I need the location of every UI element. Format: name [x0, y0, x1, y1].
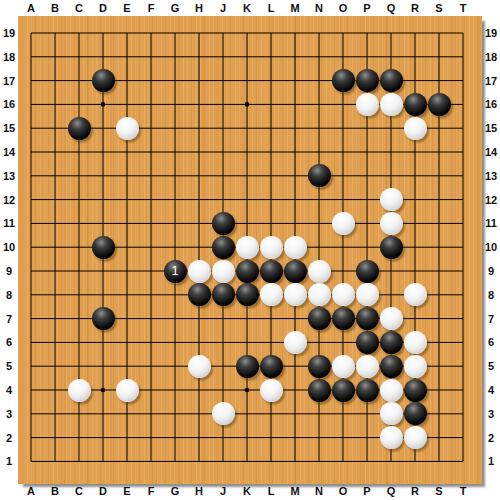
coord-right-8: 8 [488, 289, 494, 300]
coord-top-S: S [435, 3, 442, 14]
coord-bottom-D: D [99, 486, 107, 497]
coord-top-K: K [243, 3, 251, 14]
coord-top-P: P [363, 3, 370, 14]
stone-black-O17 [332, 69, 355, 92]
coord-right-10: 10 [485, 242, 497, 253]
stone-white-Q2 [380, 426, 403, 449]
coord-left-7: 7 [6, 313, 12, 324]
coord-right-16: 16 [485, 99, 497, 110]
coord-top-O: O [339, 3, 348, 14]
stone-black-J8 [212, 283, 235, 306]
coord-top-Q: Q [387, 3, 396, 14]
stone-black-Q17 [380, 69, 403, 92]
coord-top-C: C [75, 3, 83, 14]
coord-bottom-P: P [363, 486, 370, 497]
stone-white-O8 [332, 283, 355, 306]
stone-black-R16 [404, 93, 427, 116]
coord-right-11: 11 [485, 218, 497, 229]
stone-black-H8 [188, 283, 211, 306]
stone-black-N7 [308, 307, 331, 330]
stone-black-C15 [68, 117, 91, 140]
stone-black-M9 [284, 260, 307, 283]
stone-black-D7 [92, 307, 115, 330]
coord-top-L: L [268, 3, 275, 14]
stone-white-H5 [188, 355, 211, 378]
coord-bottom-A: A [27, 486, 35, 497]
coord-left-2: 2 [6, 432, 12, 443]
stone-white-R2 [404, 426, 427, 449]
coord-left-18: 18 [3, 51, 15, 62]
coord-top-F: F [148, 3, 155, 14]
stone-white-L8 [260, 283, 283, 306]
stone-white-C4 [68, 379, 91, 402]
stone-black-K9 [236, 260, 259, 283]
coord-top-R: R [411, 3, 419, 14]
stone-white-Q7 [380, 307, 403, 330]
coord-left-16: 16 [3, 99, 15, 110]
coord-bottom-M: M [290, 486, 299, 497]
coord-top-A: A [27, 3, 35, 14]
stone-black-N5 [308, 355, 331, 378]
coord-top-E: E [123, 3, 130, 14]
stone-white-K10 [236, 236, 259, 259]
stone-black-P4 [356, 379, 379, 402]
stone-white-J3 [212, 402, 235, 425]
stone-white-J9 [212, 260, 235, 283]
stone-black-S16 [428, 93, 451, 116]
coord-right-13: 13 [485, 170, 497, 181]
stone-black-P6 [356, 331, 379, 354]
stone-white-N8 [308, 283, 331, 306]
coord-bottom-J: J [220, 486, 226, 497]
stone-white-O11 [332, 212, 355, 235]
coord-right-4: 4 [488, 385, 494, 396]
stone-black-P9 [356, 260, 379, 283]
stone-white-E4 [116, 379, 139, 402]
coord-bottom-C: C [75, 486, 83, 497]
stone-black-Q5 [380, 355, 403, 378]
coord-right-15: 15 [485, 123, 497, 134]
coord-right-9: 9 [488, 266, 494, 277]
stone-black-L5 [260, 355, 283, 378]
coord-left-17: 17 [3, 75, 15, 86]
stone-white-Q11 [380, 212, 403, 235]
coord-left-11: 11 [3, 218, 15, 229]
stone-white-H9 [188, 260, 211, 283]
coord-bottom-Q: Q [387, 486, 396, 497]
stone-white-Q12 [380, 188, 403, 211]
stone-white-O5 [332, 355, 355, 378]
stone-white-R6 [404, 331, 427, 354]
stone-black-P7 [356, 307, 379, 330]
stone-black-Q10 [380, 236, 403, 259]
stone-black-D17 [92, 69, 115, 92]
coord-bottom-G: G [171, 486, 180, 497]
stone-white-Q16 [380, 93, 403, 116]
stone-white-M6 [284, 331, 307, 354]
coord-top-G: G [171, 3, 180, 14]
stone-black-L9 [260, 260, 283, 283]
coord-top-B: B [51, 3, 59, 14]
coord-top-D: D [99, 3, 107, 14]
coord-bottom-L: L [268, 486, 275, 497]
stone-white-P16 [356, 93, 379, 116]
stone-white-Q3 [380, 402, 403, 425]
stone-white-R15 [404, 117, 427, 140]
stone-white-E15 [116, 117, 139, 140]
coord-left-6: 6 [6, 337, 12, 348]
stone-black-G9: 1 [164, 260, 187, 283]
coord-left-19: 19 [3, 28, 15, 39]
coord-bottom-O: O [339, 486, 348, 497]
coord-left-1: 1 [6, 456, 12, 467]
coord-left-14: 14 [3, 147, 15, 158]
coord-top-N: N [315, 3, 323, 14]
coord-left-4: 4 [6, 385, 12, 396]
coord-left-3: 3 [6, 408, 12, 419]
stone-white-Q4 [380, 379, 403, 402]
stone-black-N4 [308, 379, 331, 402]
stone-white-L4 [260, 379, 283, 402]
coord-right-12: 12 [485, 194, 497, 205]
coord-top-T: T [460, 3, 467, 14]
coord-left-10: 10 [3, 242, 15, 253]
coord-left-8: 8 [6, 289, 12, 300]
coord-right-17: 17 [485, 75, 497, 86]
coord-left-9: 9 [6, 266, 12, 277]
coord-right-18: 18 [485, 51, 497, 62]
coord-right-2: 2 [488, 432, 494, 443]
stone-black-Q6 [380, 331, 403, 354]
stone-black-R4 [404, 379, 427, 402]
coord-bottom-H: H [195, 486, 203, 497]
go-diagram: AABBCCDDEEFFGGHHJJKKLLMMNNOOPPQQRRSSTT19… [0, 0, 500, 500]
coord-right-7: 7 [488, 313, 494, 324]
coord-bottom-N: N [315, 486, 323, 497]
stone-black-J10 [212, 236, 235, 259]
stone-black-K8 [236, 283, 259, 306]
stone-black-N13 [308, 164, 331, 187]
coord-bottom-E: E [123, 486, 130, 497]
coord-top-J: J [220, 3, 226, 14]
coord-bottom-F: F [148, 486, 155, 497]
coord-right-1: 1 [488, 456, 494, 467]
stone-white-P8 [356, 283, 379, 306]
coord-right-6: 6 [488, 337, 494, 348]
coord-right-5: 5 [488, 361, 494, 372]
stone-black-O7 [332, 307, 355, 330]
coord-top-H: H [195, 3, 203, 14]
coord-bottom-R: R [411, 486, 419, 497]
coord-left-13: 13 [3, 170, 15, 181]
stone-white-R8 [404, 283, 427, 306]
coord-right-19: 19 [485, 28, 497, 39]
coord-left-5: 5 [6, 361, 12, 372]
stone-white-R5 [404, 355, 427, 378]
coord-left-12: 12 [3, 194, 15, 205]
coord-left-15: 15 [3, 123, 15, 134]
coord-bottom-B: B [51, 486, 59, 497]
coord-right-3: 3 [488, 408, 494, 419]
stone-black-D10 [92, 236, 115, 259]
stone-black-P17 [356, 69, 379, 92]
stone-black-O4 [332, 379, 355, 402]
stone-white-M10 [284, 236, 307, 259]
stone-white-L10 [260, 236, 283, 259]
coord-bottom-S: S [435, 486, 442, 497]
coord-right-14: 14 [485, 147, 497, 158]
coord-bottom-T: T [460, 486, 467, 497]
coord-bottom-K: K [243, 486, 251, 497]
move-number-label: 1 [172, 265, 179, 277]
stone-white-N9 [308, 260, 331, 283]
stone-black-J11 [212, 212, 235, 235]
stone-white-P5 [356, 355, 379, 378]
stone-white-M8 [284, 283, 307, 306]
stone-black-R3 [404, 402, 427, 425]
coord-top-M: M [290, 3, 299, 14]
stone-black-K5 [236, 355, 259, 378]
